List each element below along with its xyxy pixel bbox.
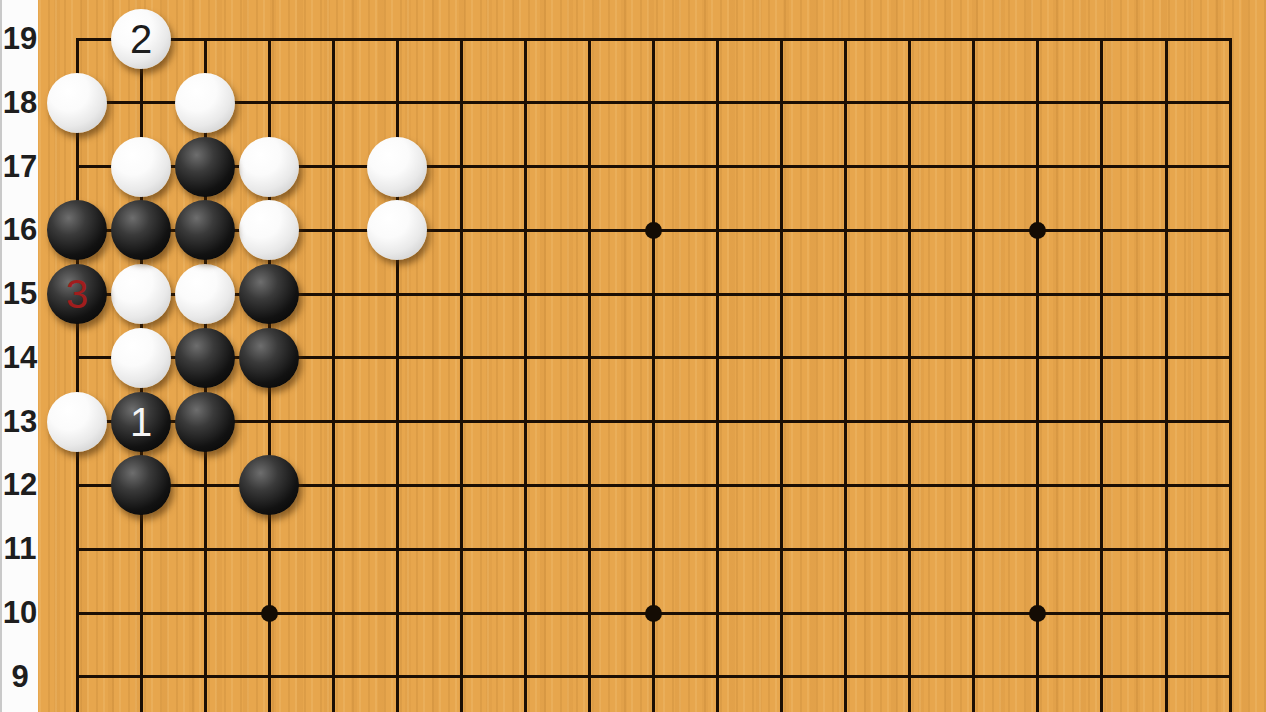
stone-white[interactable]: [367, 137, 427, 197]
row-label-9: 9: [2, 659, 38, 695]
stone-black[interactable]: [111, 455, 171, 515]
go-board[interactable]: 231: [0, 0, 1266, 712]
row-label-18: 18: [2, 85, 38, 121]
stone-white[interactable]: [111, 137, 171, 197]
stone-black[interactable]: [175, 137, 235, 197]
stone-black-move-3[interactable]: 3: [47, 264, 107, 324]
go-diagram: 231 191817161514131211109: [0, 0, 1266, 712]
grid-vline-col-9: [588, 38, 591, 712]
stone-white[interactable]: [47, 392, 107, 452]
stone-black[interactable]: [239, 455, 299, 515]
move-number: 2: [130, 19, 152, 59]
row-label-12: 12: [2, 467, 38, 503]
move-number: 1: [130, 402, 152, 442]
stone-black[interactable]: [239, 264, 299, 324]
star-point: [261, 605, 278, 622]
star-point: [645, 222, 662, 239]
row-label-14: 14: [2, 340, 38, 376]
stone-black[interactable]: [47, 200, 107, 260]
grid-vline-col-18: [1165, 38, 1168, 712]
row-label-11: 11: [2, 531, 38, 567]
row-label-13: 13: [2, 404, 38, 440]
star-point: [1029, 222, 1046, 239]
stone-white[interactable]: [47, 73, 107, 133]
row-label-19: 19: [2, 21, 38, 57]
row-label-strip: 191817161514131211109: [0, 0, 38, 712]
stone-black[interactable]: [111, 200, 171, 260]
grid-vline-col-7: [460, 38, 463, 712]
stone-white[interactable]: [239, 200, 299, 260]
star-point: [645, 605, 662, 622]
grid-vline-col-11: [716, 38, 719, 712]
grid-vline-col-5: [332, 38, 335, 712]
grid-vline-col-15: [972, 38, 975, 712]
stone-white[interactable]: [239, 137, 299, 197]
grid-vline-col-19: [1229, 38, 1232, 712]
stone-white[interactable]: [175, 73, 235, 133]
stone-white[interactable]: [111, 264, 171, 324]
stone-black[interactable]: [175, 200, 235, 260]
row-label-17: 17: [2, 149, 38, 185]
stone-white[interactable]: [175, 264, 235, 324]
move-number: 3: [66, 274, 88, 314]
stone-white-move-2[interactable]: 2: [111, 9, 171, 69]
grid-vline-col-12: [780, 38, 783, 712]
grid-vline-col-13: [844, 38, 847, 712]
row-label-16: 16: [2, 212, 38, 248]
stone-white[interactable]: [111, 328, 171, 388]
stone-black[interactable]: [239, 328, 299, 388]
stone-black-move-1[interactable]: 1: [111, 392, 171, 452]
row-label-10: 10: [2, 595, 38, 631]
stone-black[interactable]: [175, 328, 235, 388]
stone-white[interactable]: [367, 200, 427, 260]
star-point: [1029, 605, 1046, 622]
grid-vline-col-17: [1100, 38, 1103, 712]
grid-vline-col-1: [76, 38, 79, 712]
grid-vline-col-8: [524, 38, 527, 712]
stone-black[interactable]: [175, 392, 235, 452]
row-label-15: 15: [2, 276, 38, 312]
grid-vline-col-14: [908, 38, 911, 712]
